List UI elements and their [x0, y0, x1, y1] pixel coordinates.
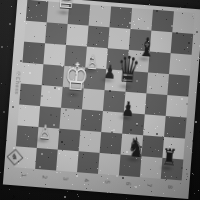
rank-label-3: 3: [62, 168, 71, 189]
square-b3: [66, 24, 89, 47]
square-c1: [22, 42, 45, 65]
black-pawn-piece: ♟: [103, 62, 117, 82]
square-e8: [166, 95, 189, 118]
square-d7: [146, 72, 169, 95]
rank-label-4: 4: [83, 170, 92, 191]
square-f1: [18, 104, 41, 127]
square-c2: [43, 43, 66, 66]
square-b1: [24, 21, 47, 44]
square-b4: [87, 26, 110, 49]
rank-label-1: 1: [20, 165, 29, 186]
black-queen-piece: ♛: [115, 51, 141, 89]
square-e2: [40, 85, 63, 108]
square-g4: [79, 130, 102, 153]
board-play-area: ♕♔♙♙♟♛♝♟♞♜: [14, 0, 195, 180]
square-f4: [80, 109, 103, 132]
black-pawn-piece: ♟: [120, 98, 134, 119]
square-f7: [143, 114, 166, 137]
rank-label-8: 8: [166, 176, 175, 197]
white-queen-piece: ♕: [53, 0, 80, 15]
black-knight-piece: ♞: [126, 133, 146, 161]
square-b2: [45, 22, 68, 45]
rank-label-2: 2: [41, 166, 50, 187]
square-a6: [130, 8, 153, 31]
rank-label-5: 5: [104, 171, 113, 192]
square-f8: [164, 116, 187, 139]
square-g3: [58, 129, 81, 152]
square-a1: [26, 0, 49, 22]
square-d1: [21, 63, 44, 86]
square-d2: [42, 64, 65, 87]
diamond-emblem-icon: ♞: [7, 149, 24, 166]
knight-emblem-icon: ♞: [11, 153, 19, 162]
square-g5: [100, 132, 123, 155]
black-rook-piece: ♜: [161, 146, 178, 170]
square-a5: [109, 6, 132, 29]
square-a8: [172, 11, 195, 34]
square-b8: [171, 32, 194, 55]
white-pawn-piece: ♙: [38, 122, 52, 142]
square-g1: [16, 125, 39, 148]
chess-board-photo: ♕♔♙♙♟♛♝♟♞♜ 12345678 ©Chess ♞: [0, 0, 200, 200]
square-c8: [169, 53, 192, 76]
chess-board: ♕♔♙♙♟♛♝♟♞♜ 12345678 ©Chess ♞: [3, 0, 200, 199]
square-e1: [19, 84, 42, 107]
rank-label-7: 7: [145, 175, 154, 196]
white-king-piece: ♔: [62, 57, 89, 97]
square-f3: [59, 108, 82, 131]
square-e7: [145, 93, 168, 116]
rank-label-6: 6: [124, 173, 133, 194]
square-a7: [151, 10, 174, 33]
brand-emblem: ♞: [6, 149, 23, 166]
square-a4: [89, 5, 112, 28]
square-b5: [108, 27, 131, 50]
square-d8: [167, 74, 190, 97]
